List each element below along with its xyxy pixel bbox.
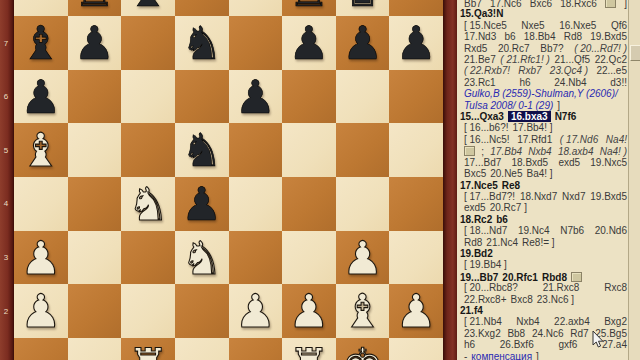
chess-board: ♜♝♜♚♝♟♞♟♟♟♟♟♝♞♞♟♟♞♟♟♟♟♝♟♜♜♚ 765432 <box>0 0 457 360</box>
square-a5[interactable]: ♝ <box>14 123 68 177</box>
square-h2[interactable]: ♟ <box>389 284 443 338</box>
notation-line: exd520.Rc7 ] <box>460 202 627 213</box>
square-h5[interactable] <box>389 123 443 177</box>
move-token[interactable]: Nxb4 <box>516 316 539 327</box>
black-knight-d5[interactable]: ♞ <box>175 123 229 177</box>
move-token[interactable]: 23.Nc6 ] <box>537 294 574 305</box>
square-b3[interactable] <box>68 231 122 285</box>
white-pawn-a3[interactable]: ♟ <box>14 231 68 285</box>
square-c3[interactable] <box>121 231 175 285</box>
move-token[interactable]: - <box>464 351 467 360</box>
square-h8[interactable] <box>389 0 443 16</box>
square-d5[interactable]: ♞ <box>175 123 229 177</box>
move-token[interactable]: 17.Nd3 <box>464 31 496 42</box>
white-king-g1[interactable]: ♚ <box>336 338 390 360</box>
black-knight-d7[interactable]: ♞ <box>175 16 229 70</box>
square-h4[interactable] <box>389 177 443 231</box>
move-token[interactable]: [ 16...b6?! <box>464 122 508 133</box>
move-token[interactable]: N7b6 <box>560 225 584 236</box>
move-token[interactable]: Rxc8 <box>604 282 627 293</box>
square-d6[interactable] <box>175 70 229 124</box>
square-a2[interactable]: ♟ <box>14 284 68 338</box>
notation-line: [ 18...Nd719.Nc4N7b620.Nd6 <box>460 225 627 236</box>
square-e7[interactable] <box>229 16 283 70</box>
square-c8[interactable]: ♝ <box>121 0 175 16</box>
move-token[interactable]: Nxd7 <box>562 191 585 202</box>
move-token[interactable]: 21.f4 <box>460 305 483 316</box>
game-notation: Bb717.Nc6Bxc618.Rxc6]15.Qa3!N[ 15.Nce5Nx… <box>460 0 627 360</box>
move-token[interactable]: N7f6 <box>555 111 577 122</box>
move-token[interactable]: 20.Nd6 <box>595 225 627 236</box>
move-token[interactable]: 17.Bb4! ] <box>512 122 552 133</box>
square-b4[interactable] <box>68 177 122 231</box>
move-token[interactable]: 20.Rc7 <box>498 43 530 54</box>
notation-line: Gulko,B (2559)-Shulman,Y (2606)/ <box>460 88 627 99</box>
black-pawn-b7[interactable]: ♟ <box>68 16 122 70</box>
move-token[interactable]: 24.Nb4 <box>554 77 586 88</box>
rank-label-4: 4 <box>0 199 12 208</box>
square-f2[interactable]: ♟ <box>282 284 336 338</box>
square-d1[interactable] <box>175 338 229 360</box>
move-token[interactable]: 21.Be7 <box>464 54 496 65</box>
square-f6[interactable] <box>282 70 336 124</box>
square-e8[interactable] <box>229 0 283 16</box>
move-token[interactable]: 19.Bd2 <box>460 248 493 259</box>
move-token[interactable]: 18.Nxd7 <box>520 191 557 202</box>
notation-line: 21.Be7( 21.Rfc1! )21...Qf522.Qc2 <box>460 54 627 65</box>
square-d8[interactable] <box>175 0 229 16</box>
notation-line: Bxc520.Ne5Ba4! ] <box>460 168 627 179</box>
square-h3[interactable] <box>389 231 443 285</box>
move-token[interactable]: 15...Qxa3 <box>460 111 504 122</box>
black-pawn-e6[interactable]: ♟ <box>229 70 283 124</box>
move-token[interactable]: Qf6 <box>611 20 627 31</box>
move-token[interactable]: 20.Ne5 <box>490 168 522 179</box>
move-token[interactable]: [ 20...Rbc8? <box>464 282 518 293</box>
move-token[interactable]: b6 <box>496 214 508 225</box>
move-token: Gulko,B (2559)-Shulman,Y (2606)/ <box>464 88 618 99</box>
notation-panel: Bb717.Nc6Bxc618.Rxc6]15.Qa3!N[ 15.Nce5Nx… <box>457 0 640 360</box>
notation-line: [ 15.Nce5Nxe516.Nxe5Qf6 <box>460 20 627 31</box>
move-token[interactable]: [ 15.Nce5 <box>464 20 507 31</box>
notation-line: [ 17...Bd7?!18.Nxd7Nxd719.Bxd5 <box>460 191 627 202</box>
move-token[interactable]: 22...e5 <box>596 65 627 76</box>
white-rook-f1[interactable]: ♜ <box>282 338 336 360</box>
move-token[interactable]: ] <box>536 351 539 360</box>
move-token[interactable]: exd5 <box>558 157 580 168</box>
square-f1[interactable]: ♜ <box>282 338 336 360</box>
move-token[interactable]: 19.Nxc5 <box>590 157 627 168</box>
move-token[interactable]: 21.Nc4 <box>486 237 518 248</box>
square-d3[interactable]: ♞ <box>175 231 229 285</box>
move-token[interactable]: [ 16...Nc5! <box>464 134 510 145</box>
square-c1[interactable]: ♜ <box>121 338 175 360</box>
square-g5[interactable] <box>336 123 390 177</box>
move-token[interactable]: Ba4! ] <box>526 168 552 179</box>
notation-line: 19.Bd2 <box>460 248 627 259</box>
notation-line: 15.Qa3!N <box>460 8 627 19</box>
square-h1[interactable] <box>389 338 443 360</box>
move-token[interactable]: 15.Qa3!N <box>460 8 503 19</box>
eval-icon <box>571 272 582 282</box>
notation-line: 18.Rc2b6 <box>460 214 627 225</box>
notation-line: 17.Nce5Re8 <box>460 180 627 191</box>
square-d7[interactable]: ♞ <box>175 16 229 70</box>
square-g8[interactable]: ♚ <box>336 0 390 16</box>
black-bishop-c8[interactable]: ♝ <box>121 0 175 16</box>
move-token[interactable]: 17...Bd7 <box>464 157 501 168</box>
annotation-link[interactable]: компенсация <box>471 351 532 360</box>
square-c4[interactable]: ♞ <box>121 177 175 231</box>
move-token[interactable]: ( 17.Nd6 <box>560 134 598 145</box>
move-token[interactable]: Rxd5 <box>464 43 487 54</box>
white-pawn-g3[interactable]: ♟ <box>336 231 390 285</box>
mouse-cursor <box>592 331 606 351</box>
square-b8[interactable]: ♜ <box>68 0 122 16</box>
square-a6[interactable]: ♟ <box>14 70 68 124</box>
black-rook-b8[interactable]: ♜ <box>68 0 122 16</box>
move-token[interactable]: Bxg2 <box>604 316 627 327</box>
black-pawn-d4[interactable]: ♟ <box>175 177 229 231</box>
white-bishop-a5[interactable]: ♝ <box>14 123 68 177</box>
move-token[interactable]: 22.Rxc8+ <box>464 294 507 305</box>
move-token[interactable]: 20.Rc7 ] <box>490 202 527 213</box>
square-f5[interactable] <box>282 123 336 177</box>
white-bishop-g2[interactable]: ♝ <box>336 284 390 338</box>
notation-line: [ 20...Rbc8?21.Rxc8Rxc8 <box>460 282 627 293</box>
notation-line: ( 22.Rxb7!Rxb723.Qc4 )22...e5 <box>460 65 627 76</box>
move-token[interactable]: 19.Bxd5 <box>590 31 627 42</box>
move-token[interactable]: Re8 <box>502 180 520 191</box>
move-token[interactable]: 22.axb4 <box>554 316 590 327</box>
square-h7[interactable]: ♟ <box>389 16 443 70</box>
white-rook-c1[interactable]: ♜ <box>121 338 175 360</box>
square-g4[interactable] <box>336 177 390 231</box>
square-d2[interactable] <box>175 284 229 338</box>
square-e2[interactable]: ♟ <box>229 284 283 338</box>
black-pawn-f7[interactable]: ♟ <box>282 16 336 70</box>
white-pawn-h2[interactable]: ♟ <box>389 284 443 338</box>
move-token[interactable]: ( 22.Rxb7! <box>464 65 510 76</box>
move-token[interactable]: 23.Qc4 ) <box>550 65 588 76</box>
move-token[interactable]: Bb7? <box>540 43 563 54</box>
eval-icon <box>605 0 616 8</box>
move-token[interactable]: h6 <box>519 77 530 88</box>
move-token[interactable]: Rd8 <box>464 237 482 248</box>
move-token[interactable]: ( 21.Rfc1! ) <box>500 54 549 65</box>
move-token[interactable]: 24.Nc6 <box>532 328 564 339</box>
rank-label-7: 7 <box>0 39 12 48</box>
square-a1[interactable] <box>14 338 68 360</box>
square-f4[interactable] <box>282 177 336 231</box>
white-knight-d3[interactable]: ♞ <box>175 231 229 285</box>
move-token[interactable]: Bxc6 <box>530 0 552 9</box>
move-token[interactable]: [ 17...Bd7?! <box>464 191 515 202</box>
move-token[interactable]: 22.Qc2 <box>595 54 627 65</box>
black-pawn-g7[interactable]: ♟ <box>336 16 390 70</box>
move-token[interactable]: ( 20...Rd7! ) <box>574 43 627 54</box>
square-e5[interactable] <box>229 123 283 177</box>
notation-line: [ 19.Bb4 ] <box>460 259 627 270</box>
white-pawn-a2[interactable]: ♟ <box>14 284 68 338</box>
notation-line: [ 16...Nc5!17.Rfd1( 17.Nd6Na4! <box>460 134 627 145</box>
square-g6[interactable] <box>336 70 390 124</box>
move-token[interactable]: 19.Nc4 <box>518 225 550 236</box>
move-token: Tulsa 2008/ 0-1 (29) <box>464 100 553 111</box>
rank-label-3: 3 <box>0 253 12 262</box>
white-pawn-f2[interactable]: ♟ <box>282 284 336 338</box>
move-token[interactable]: Bb8 <box>507 328 525 339</box>
move-token[interactable]: 17.Nce5 <box>460 180 498 191</box>
move-token[interactable]: 16.Nxe5 <box>559 20 596 31</box>
square-g3[interactable]: ♟ <box>336 231 390 285</box>
notation-line: 19...Bb720.Rfc1Rbd8 <box>460 271 627 282</box>
notation-line: 17...Bd718.Bxd5exd519.Nxc5 <box>460 157 627 168</box>
rank-label-2: 2 <box>0 307 12 316</box>
notation-line: Tulsa 2008/ 0-1 (29)] <box>460 100 627 111</box>
notation-line: 22.Rxc8+Bxc823.Nc6 ] <box>460 294 627 305</box>
square-e1[interactable] <box>229 338 283 360</box>
move-token[interactable]: Bxc5 <box>464 168 486 179</box>
square-b5[interactable] <box>68 123 122 177</box>
notation-line: -компенсация] <box>460 351 627 360</box>
move-token[interactable]: ] <box>557 100 560 111</box>
move-token[interactable]: [ 19.Bb4 ] <box>464 259 507 270</box>
square-b6[interactable] <box>68 70 122 124</box>
white-pawn-e2[interactable]: ♟ <box>229 284 283 338</box>
notation-line: Rd821.Nc4Re8!= ] <box>460 237 627 248</box>
black-king-g8[interactable]: ♚ <box>336 0 390 16</box>
notation-line: 15...Qxa316.bxa3N7f6 <box>460 111 627 122</box>
black-rook-f8[interactable]: ♜ <box>282 0 336 16</box>
square-g7[interactable]: ♟ <box>336 16 390 70</box>
move-token[interactable]: 23.Rc1 <box>464 77 496 88</box>
square-e6[interactable]: ♟ <box>229 70 283 124</box>
move-token[interactable]: [ 18...Nd7 <box>464 225 507 236</box>
square-a7[interactable]: ♝ <box>14 16 68 70</box>
move-token[interactable]: d3!! <box>610 77 627 88</box>
move-token[interactable]: b6 <box>504 31 515 42</box>
square-g2[interactable]: ♝ <box>336 284 390 338</box>
move-token[interactable]: 17.Rfd1 <box>517 134 552 145</box>
move-token[interactable]: Rd8 <box>564 31 582 42</box>
notation-line: Bb717.Nc6Bxc618.Rxc6] <box>460 0 627 8</box>
rank-label-6: 6 <box>0 92 12 101</box>
black-bishop-a7[interactable]: ♝ <box>14 16 68 70</box>
notation-line: 17.Nd3b618.Bb4Rd819.Bxd5 <box>460 31 627 42</box>
move-token[interactable]: Re8!= ] <box>522 237 555 248</box>
move-token[interactable]: 18.Rc2 <box>460 214 492 225</box>
move-token[interactable]: exd5 <box>464 202 486 213</box>
current-move[interactable]: 16.bxa3 <box>508 111 551 122</box>
notation-line: Rxd520.Rc7Bb7?( 20...Rd7! ) <box>460 43 627 54</box>
square-g1[interactable]: ♚ <box>336 338 390 360</box>
move-token[interactable]: h6 <box>464 339 475 350</box>
move-token[interactable]: 26.Bxf6 <box>500 339 534 350</box>
notation-line: 23.Rc1h624.Nb4d3!! <box>460 77 627 88</box>
square-a8[interactable] <box>14 0 68 16</box>
move-token[interactable]: Rd7 <box>570 328 588 339</box>
move-token[interactable]: Bxc8 <box>511 294 533 305</box>
move-token[interactable]: ] <box>624 0 627 9</box>
board-frame-right <box>443 0 457 360</box>
scrollbar-thumb[interactable] <box>630 45 640 61</box>
square-c5[interactable] <box>121 123 175 177</box>
move-token[interactable]: [ 21.Nb4 <box>464 316 502 327</box>
white-knight-c4[interactable]: ♞ <box>121 177 175 231</box>
move-token[interactable]: 21.Rxc8 <box>543 282 580 293</box>
square-b2[interactable] <box>68 284 122 338</box>
move-token[interactable]: 18.Bb4 <box>524 31 556 42</box>
square-f3[interactable] <box>282 231 336 285</box>
black-pawn-a6[interactable]: ♟ <box>14 70 68 124</box>
move-token[interactable]: gxf6 <box>558 339 577 350</box>
square-e4[interactable] <box>229 177 283 231</box>
square-a3[interactable]: ♟ <box>14 231 68 285</box>
notation-line: [ 21.Nb4Nxb422.axb4Bxg2 <box>460 316 627 327</box>
move-token[interactable]: 23.Kxg2 <box>464 328 501 339</box>
square-e3[interactable] <box>229 231 283 285</box>
square-f7[interactable]: ♟ <box>282 16 336 70</box>
black-pawn-h7[interactable]: ♟ <box>389 16 443 70</box>
rank-label-5: 5 <box>0 146 12 155</box>
square-b7[interactable]: ♟ <box>68 16 122 70</box>
square-h6[interactable] <box>389 70 443 124</box>
square-b1[interactable] <box>68 338 122 360</box>
notation-line: [ 16...b6?!17.Bb4! ] <box>460 122 627 133</box>
move-token[interactable]: 18.Bxd5 <box>511 157 548 168</box>
board-frame-left: 765432 <box>0 0 14 360</box>
chessbase-analysis-window: ♜♝♜♚♝♟♞♟♟♟♟♟♝♞♞♟♟♞♟♟♟♟♝♟♜♜♚ 765432 Bb717… <box>0 0 640 360</box>
eval-icon <box>464 146 475 156</box>
notation-line: 21.f4 <box>460 305 627 316</box>
move-token[interactable]: Na4! <box>606 134 627 145</box>
square-c7[interactable] <box>121 16 175 70</box>
notation-scrollbar[interactable] <box>628 0 640 360</box>
notation-line: ;17.Bb4Nxb418.axb4Na4! ) <box>460 145 627 156</box>
move-token[interactable]: 18.Rxc6 <box>560 0 597 9</box>
move-token[interactable]: 19.Bxd5 <box>590 191 627 202</box>
square-c2[interactable] <box>121 284 175 338</box>
square-c6[interactable] <box>121 70 175 124</box>
move-token[interactable]: Nxe5 <box>521 20 544 31</box>
move-token[interactable]: Rxb7 <box>518 65 541 76</box>
move-token[interactable]: 21...Qf5 <box>554 54 590 65</box>
square-a4[interactable] <box>14 177 68 231</box>
square-d4[interactable]: ♟ <box>175 177 229 231</box>
square-f8[interactable]: ♜ <box>282 0 336 16</box>
